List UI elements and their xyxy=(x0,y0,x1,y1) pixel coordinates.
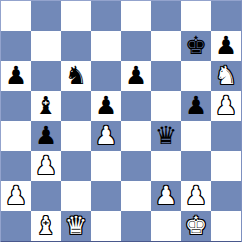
square-f4[interactable]: ♛ xyxy=(151,121,181,151)
white-pawn[interactable]: ♟ xyxy=(35,151,57,181)
white-pawn[interactable]: ♟ xyxy=(215,91,237,121)
square-e8[interactable] xyxy=(121,1,151,31)
white-pawn[interactable]: ♟ xyxy=(185,181,207,211)
square-d3[interactable] xyxy=(91,151,121,181)
square-e3[interactable] xyxy=(121,151,151,181)
black-king[interactable]: ♚ xyxy=(185,31,207,61)
square-c8[interactable] xyxy=(61,1,91,31)
white-king[interactable]: ♚ xyxy=(185,211,207,241)
square-c3[interactable] xyxy=(61,151,91,181)
square-f3[interactable] xyxy=(151,151,181,181)
square-b1[interactable]: ♝ xyxy=(31,211,61,241)
square-a1[interactable] xyxy=(1,211,31,241)
square-f8[interactable] xyxy=(151,1,181,31)
square-g3[interactable] xyxy=(181,151,211,181)
square-d2[interactable] xyxy=(91,181,121,211)
square-b8[interactable] xyxy=(31,1,61,31)
white-queen[interactable]: ♛ xyxy=(65,211,87,241)
square-c1[interactable]: ♛ xyxy=(61,211,91,241)
chess-board: ♚♟♟♞♟♞♝♟♟♟♟♟♛♟♟♟♟♝♛♚ xyxy=(0,0,242,242)
square-f1[interactable] xyxy=(151,211,181,241)
square-f7[interactable] xyxy=(151,31,181,61)
square-g4[interactable] xyxy=(181,121,211,151)
black-knight[interactable]: ♞ xyxy=(65,61,87,91)
square-h1[interactable] xyxy=(211,211,241,241)
square-g7[interactable]: ♚ xyxy=(181,31,211,61)
square-b5[interactable]: ♝ xyxy=(31,91,61,121)
square-e7[interactable] xyxy=(121,31,151,61)
square-h4[interactable] xyxy=(211,121,241,151)
square-d4[interactable]: ♟ xyxy=(91,121,121,151)
black-pawn[interactable]: ♟ xyxy=(185,91,207,121)
white-knight[interactable]: ♞ xyxy=(215,61,237,91)
square-g1[interactable]: ♚ xyxy=(181,211,211,241)
square-d8[interactable] xyxy=(91,1,121,31)
black-queen[interactable]: ♛ xyxy=(155,121,177,151)
square-h5[interactable]: ♟ xyxy=(211,91,241,121)
black-pawn[interactable]: ♟ xyxy=(5,61,27,91)
square-e1[interactable] xyxy=(121,211,151,241)
square-d6[interactable] xyxy=(91,61,121,91)
square-b4[interactable]: ♟ xyxy=(31,121,61,151)
square-b2[interactable] xyxy=(31,181,61,211)
square-e6[interactable]: ♟ xyxy=(121,61,151,91)
square-g6[interactable] xyxy=(181,61,211,91)
square-f2[interactable]: ♟ xyxy=(151,181,181,211)
chess-board-wrapper: ♚♟♟♞♟♞♝♟♟♟♟♟♛♟♟♟♟♝♛♚ xyxy=(0,0,242,242)
square-a6[interactable]: ♟ xyxy=(1,61,31,91)
square-h3[interactable] xyxy=(211,151,241,181)
white-pawn[interactable]: ♟ xyxy=(5,181,27,211)
square-c5[interactable] xyxy=(61,91,91,121)
square-g5[interactable]: ♟ xyxy=(181,91,211,121)
square-d1[interactable] xyxy=(91,211,121,241)
square-g8[interactable] xyxy=(181,1,211,31)
white-pawn[interactable]: ♟ xyxy=(155,181,177,211)
square-d7[interactable] xyxy=(91,31,121,61)
square-a2[interactable]: ♟ xyxy=(1,181,31,211)
square-a4[interactable] xyxy=(1,121,31,151)
square-c6[interactable]: ♞ xyxy=(61,61,91,91)
square-f5[interactable] xyxy=(151,91,181,121)
square-e2[interactable] xyxy=(121,181,151,211)
square-c4[interactable] xyxy=(61,121,91,151)
square-b3[interactable]: ♟ xyxy=(31,151,61,181)
square-h2[interactable] xyxy=(211,181,241,211)
white-pawn[interactable]: ♟ xyxy=(95,121,117,151)
square-h7[interactable]: ♟ xyxy=(211,31,241,61)
square-a8[interactable] xyxy=(1,1,31,31)
black-pawn[interactable]: ♟ xyxy=(35,121,57,151)
white-bishop[interactable]: ♝ xyxy=(35,211,57,241)
square-b6[interactable] xyxy=(31,61,61,91)
square-d5[interactable]: ♟ xyxy=(91,91,121,121)
square-h6[interactable]: ♞ xyxy=(211,61,241,91)
square-e5[interactable] xyxy=(121,91,151,121)
square-f6[interactable] xyxy=(151,61,181,91)
black-bishop[interactable]: ♝ xyxy=(35,91,57,121)
black-pawn[interactable]: ♟ xyxy=(95,91,117,121)
square-a3[interactable] xyxy=(1,151,31,181)
square-a7[interactable] xyxy=(1,31,31,61)
square-b7[interactable] xyxy=(31,31,61,61)
square-e4[interactable] xyxy=(121,121,151,151)
square-g2[interactable]: ♟ xyxy=(181,181,211,211)
black-pawn[interactable]: ♟ xyxy=(215,31,237,61)
black-pawn[interactable]: ♟ xyxy=(125,61,147,91)
square-c2[interactable] xyxy=(61,181,91,211)
square-h8[interactable] xyxy=(211,1,241,31)
square-c7[interactable] xyxy=(61,31,91,61)
square-a5[interactable] xyxy=(1,91,31,121)
